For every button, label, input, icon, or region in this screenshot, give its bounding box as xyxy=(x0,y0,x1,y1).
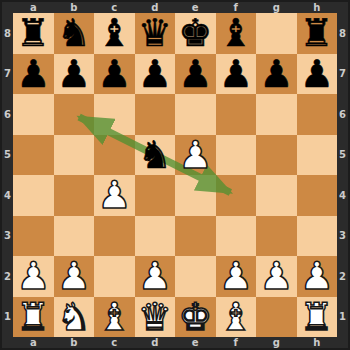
file-label-e: e xyxy=(175,337,216,348)
file-label-c: c xyxy=(94,337,135,348)
rank-label-2: 2 xyxy=(337,256,348,297)
piece-black-bishop-c8[interactable]: ♝ xyxy=(94,13,135,54)
piece-white-pawn-h2[interactable]: ♟ xyxy=(297,256,338,297)
piece-black-pawn-e7[interactable]: ♟ xyxy=(175,54,216,95)
rank-label-6: 6 xyxy=(337,94,348,135)
piece-black-pawn-f7[interactable]: ♟ xyxy=(216,54,257,95)
piece-white-pawn-c4[interactable]: ♟ xyxy=(94,175,135,216)
rank-labels-right: 87654321 xyxy=(337,13,348,337)
piece-white-knight-b1[interactable]: ♞ xyxy=(54,297,95,338)
file-label-g: g xyxy=(256,2,297,13)
piece-white-pawn-f2[interactable]: ♟ xyxy=(216,256,257,297)
rank-label-7: 7 xyxy=(337,54,348,95)
piece-white-pawn-b2[interactable]: ♟ xyxy=(54,256,95,297)
piece-black-rook-a8[interactable]: ♜ xyxy=(13,13,54,54)
piece-white-king-e1[interactable]: ♚ xyxy=(175,297,216,338)
rank-label-5: 5 xyxy=(2,135,13,176)
piece-white-rook-a1[interactable]: ♜ xyxy=(13,297,54,338)
piece-white-pawn-d2[interactable]: ♟ xyxy=(135,256,176,297)
file-label-d: d xyxy=(135,337,176,348)
piece-white-queen-d1[interactable]: ♛ xyxy=(135,297,176,338)
piece-black-knight-d5[interactable]: ♞ xyxy=(135,135,176,176)
piece-white-pawn-e5[interactable]: ♟ xyxy=(175,135,216,176)
piece-black-pawn-b7[interactable]: ♟ xyxy=(54,54,95,95)
file-label-b: b xyxy=(54,337,95,348)
file-label-h: h xyxy=(297,337,338,348)
rank-labels-left: 87654321 xyxy=(2,13,13,337)
file-label-e: e xyxy=(175,2,216,13)
pieces-layer: ♜♞♝♛♚♝♜♟♟♟♟♟♟♟♟♞♟♟♟♟♟♟♟♟♜♞♝♛♚♝♜ xyxy=(13,13,337,337)
piece-black-pawn-a7[interactable]: ♟ xyxy=(13,54,54,95)
piece-black-rook-h8[interactable]: ♜ xyxy=(297,13,338,54)
piece-black-pawn-c7[interactable]: ♟ xyxy=(94,54,135,95)
piece-white-bishop-f1[interactable]: ♝ xyxy=(216,297,257,338)
piece-black-pawn-d7[interactable]: ♟ xyxy=(135,54,176,95)
piece-black-king-e8[interactable]: ♚ xyxy=(175,13,216,54)
file-label-a: a xyxy=(13,337,54,348)
rank-label-8: 8 xyxy=(337,13,348,54)
chess-board-widget: ♜♞♝♛♚♝♜♟♟♟♟♟♟♟♟♞♟♟♟♟♟♟♟♟♜♞♝♛♚♝♜ abcdefgh… xyxy=(0,0,350,350)
file-label-h: h xyxy=(297,2,338,13)
rank-label-7: 7 xyxy=(2,54,13,95)
file-label-a: a xyxy=(13,2,54,13)
file-labels-top: abcdefgh xyxy=(13,2,337,13)
rank-label-1: 1 xyxy=(2,297,13,338)
piece-white-bishop-c1[interactable]: ♝ xyxy=(94,297,135,338)
file-label-g: g xyxy=(256,337,297,348)
piece-white-pawn-a2[interactable]: ♟ xyxy=(13,256,54,297)
rank-label-3: 3 xyxy=(2,216,13,257)
rank-label-2: 2 xyxy=(2,256,13,297)
rank-label-3: 3 xyxy=(337,216,348,257)
piece-white-rook-h1[interactable]: ♜ xyxy=(297,297,338,338)
rank-label-8: 8 xyxy=(2,13,13,54)
file-label-f: f xyxy=(216,337,257,348)
file-label-d: d xyxy=(135,2,176,13)
piece-black-pawn-g7[interactable]: ♟ xyxy=(256,54,297,95)
rank-label-4: 4 xyxy=(337,175,348,216)
file-label-b: b xyxy=(54,2,95,13)
piece-black-bishop-f8[interactable]: ♝ xyxy=(216,13,257,54)
piece-black-knight-b8[interactable]: ♞ xyxy=(54,13,95,54)
piece-black-pawn-h7[interactable]: ♟ xyxy=(297,54,338,95)
file-label-f: f xyxy=(216,2,257,13)
rank-label-6: 6 xyxy=(2,94,13,135)
rank-label-5: 5 xyxy=(337,135,348,176)
piece-white-pawn-g2[interactable]: ♟ xyxy=(256,256,297,297)
rank-label-4: 4 xyxy=(2,175,13,216)
rank-label-1: 1 xyxy=(337,297,348,338)
file-labels-bottom: abcdefgh xyxy=(13,337,337,348)
file-label-c: c xyxy=(94,2,135,13)
piece-black-queen-d8[interactable]: ♛ xyxy=(135,13,176,54)
